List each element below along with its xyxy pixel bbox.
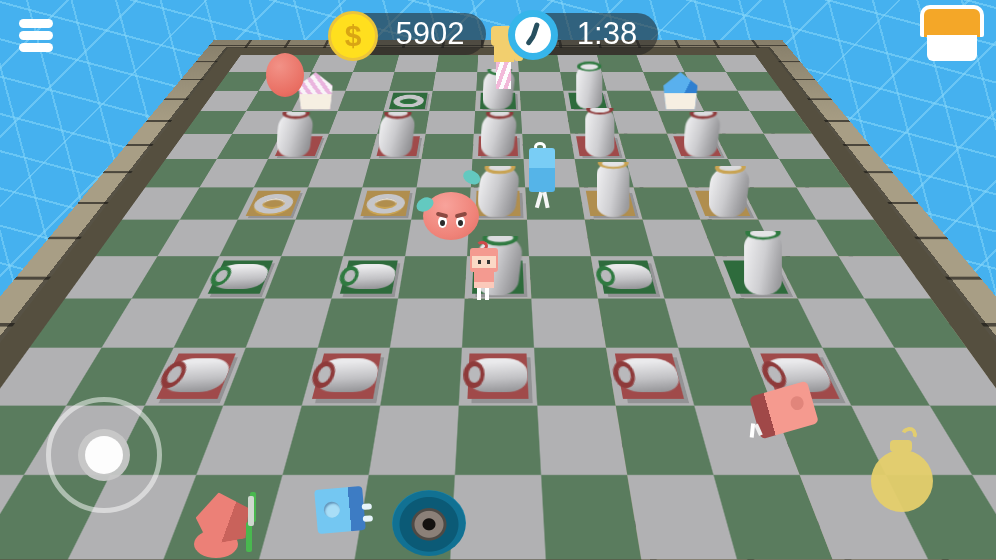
- board-cell: [465, 256, 532, 298]
- pipe-elbow-green-wrap: [476, 236, 521, 295]
- board-cell: [522, 134, 575, 159]
- pipe-elbow-tan-wrap: [478, 166, 517, 217]
- pipe-horizontal-red: [158, 358, 234, 392]
- pipe-elbow-green: [472, 236, 524, 295]
- board-cell: [184, 111, 246, 134]
- board-cell: [527, 220, 591, 257]
- pipe-elbow-red-wrap: [277, 112, 312, 157]
- pipe-horizontal-green: [340, 264, 397, 289]
- bomb-icon: [871, 450, 933, 512]
- pipe-elbow-red: [376, 112, 416, 157]
- board-cell: [521, 111, 571, 134]
- shop-button[interactable]: [920, 5, 984, 63]
- board-cell: [411, 187, 471, 219]
- board-cell: [777, 256, 865, 298]
- hamburger-icon: [19, 43, 53, 52]
- pipe-elbow-red: [274, 112, 314, 157]
- board-cell: [389, 72, 436, 90]
- board-cell: [570, 134, 625, 159]
- board-cell: [579, 187, 642, 219]
- pipe-cylinder-tan: [597, 162, 630, 218]
- house-blue-wrap: [663, 72, 697, 109]
- board-cell: [591, 256, 665, 298]
- board-cell: [627, 475, 737, 559]
- pipe-horizontal-red: [761, 358, 836, 392]
- board-cell: [394, 55, 438, 72]
- pipe-elbow-tan: [706, 166, 751, 217]
- pipe-horizontal-red: [466, 358, 528, 392]
- donut-ring-tan-pad: [361, 191, 411, 216]
- board-cell: [380, 348, 462, 406]
- board-cell: [653, 256, 731, 298]
- board-cell: [319, 134, 377, 159]
- board-cell: [469, 187, 527, 219]
- pipe-horizontal-red: [312, 358, 380, 392]
- pipe-elbow-red: [682, 112, 722, 157]
- board-cell: [426, 111, 476, 134]
- pipe-elbow-tan-wrap: [709, 166, 748, 217]
- board-cell: [370, 134, 425, 159]
- board-cell: [405, 220, 469, 257]
- board-cell: [520, 91, 567, 111]
- board-cell: [839, 256, 931, 298]
- board-cell: [726, 72, 781, 90]
- board-cell: [616, 406, 714, 475]
- hamburger-icon: [19, 19, 53, 28]
- board-cell: [302, 348, 390, 406]
- shop-body-icon: [927, 35, 977, 61]
- pipe-elbow-tan: [475, 166, 520, 217]
- board-cell: [390, 299, 465, 348]
- board-cell: [518, 55, 560, 72]
- board-cell: [864, 299, 966, 348]
- board-cell: [331, 256, 405, 298]
- board-cell: [311, 55, 359, 72]
- board-cell: [353, 187, 416, 219]
- board-cell: [198, 256, 281, 298]
- board-cell: [450, 475, 546, 559]
- board-cell: [688, 187, 758, 219]
- board-cell: [65, 256, 157, 298]
- board-cell: [667, 134, 728, 159]
- board-cell: [459, 348, 538, 406]
- board-cell: [362, 159, 421, 187]
- board-cell: [254, 159, 319, 187]
- board-cell: [529, 256, 598, 298]
- house-blue: [663, 72, 697, 109]
- board-cell: [455, 406, 541, 475]
- pipe-elbow-red-wrap: [379, 112, 414, 157]
- board-cell: [308, 159, 370, 187]
- pipe-horizontal-green: [598, 264, 655, 289]
- board-cell: [200, 159, 268, 187]
- board-cell: [145, 159, 217, 187]
- pipe-elbow-red-wrap: [684, 112, 719, 157]
- house-pink: [298, 72, 332, 109]
- board-cell: [531, 299, 606, 348]
- pipe-elbow-green-wrap: [483, 69, 514, 110]
- board-cell: [462, 299, 534, 348]
- board-cell: [281, 220, 353, 257]
- house-pink-wrap: [298, 72, 332, 109]
- board-cell: [694, 406, 799, 475]
- board-cell: [296, 187, 363, 219]
- pipe-cylinder-red-wrap: [585, 108, 614, 157]
- board-cell: [585, 220, 653, 257]
- pipe-cylinder-green: [744, 231, 782, 295]
- board-cell: [750, 111, 812, 134]
- board-cell: [716, 55, 768, 72]
- board-cell: [355, 475, 455, 559]
- board-cell: [318, 299, 398, 348]
- board-cell: [524, 159, 580, 187]
- board-cell: [472, 134, 523, 159]
- board-cell: [282, 406, 380, 475]
- pipe-elbow-green: [480, 69, 516, 110]
- board-cell: [534, 348, 616, 406]
- board-cell: [343, 220, 411, 257]
- board-cell: [417, 159, 473, 187]
- pipe-horizontal-green: [209, 264, 272, 289]
- pipe-cylinder-green-wrap: [744, 231, 782, 295]
- board-cell: [541, 475, 641, 559]
- board-cell: [597, 55, 643, 72]
- game-screen: 5902 $ 1:38: [0, 0, 996, 560]
- board-cell: [265, 256, 343, 298]
- board-cell: [626, 159, 688, 187]
- board-cell: [602, 72, 651, 90]
- pipe-elbow-red: [478, 112, 518, 157]
- board-cell: [525, 187, 585, 219]
- board-cell: [215, 72, 270, 90]
- board-cell: [429, 91, 476, 111]
- pipe-elbow-red-wrap: [481, 112, 516, 157]
- board-cell: [369, 406, 459, 475]
- board-cell: [353, 55, 399, 72]
- board-cell: [537, 406, 627, 475]
- shop-awning-icon: [920, 5, 984, 37]
- board-cell: [421, 134, 474, 159]
- board-cell: [346, 72, 395, 90]
- bomb-button[interactable]: [845, 410, 965, 530]
- board-cell: [436, 55, 478, 72]
- board-cell: [433, 72, 478, 90]
- board-cell: [132, 256, 220, 298]
- donut-ring-tan-pad: [246, 191, 301, 216]
- pipe-cylinder-red: [585, 108, 614, 157]
- board-cell: [329, 111, 384, 134]
- board-cell: [338, 91, 389, 111]
- board-cell: [519, 72, 564, 90]
- hamburger-icon: [19, 31, 53, 40]
- menu-button[interactable]: [9, 8, 63, 62]
- board-cell: [779, 159, 851, 187]
- board-cell: [715, 256, 798, 298]
- pipe-cylinder-tan-wrap: [597, 162, 630, 218]
- board-cell: [259, 475, 369, 559]
- board-cell: [398, 256, 467, 298]
- board-cell: [643, 220, 715, 257]
